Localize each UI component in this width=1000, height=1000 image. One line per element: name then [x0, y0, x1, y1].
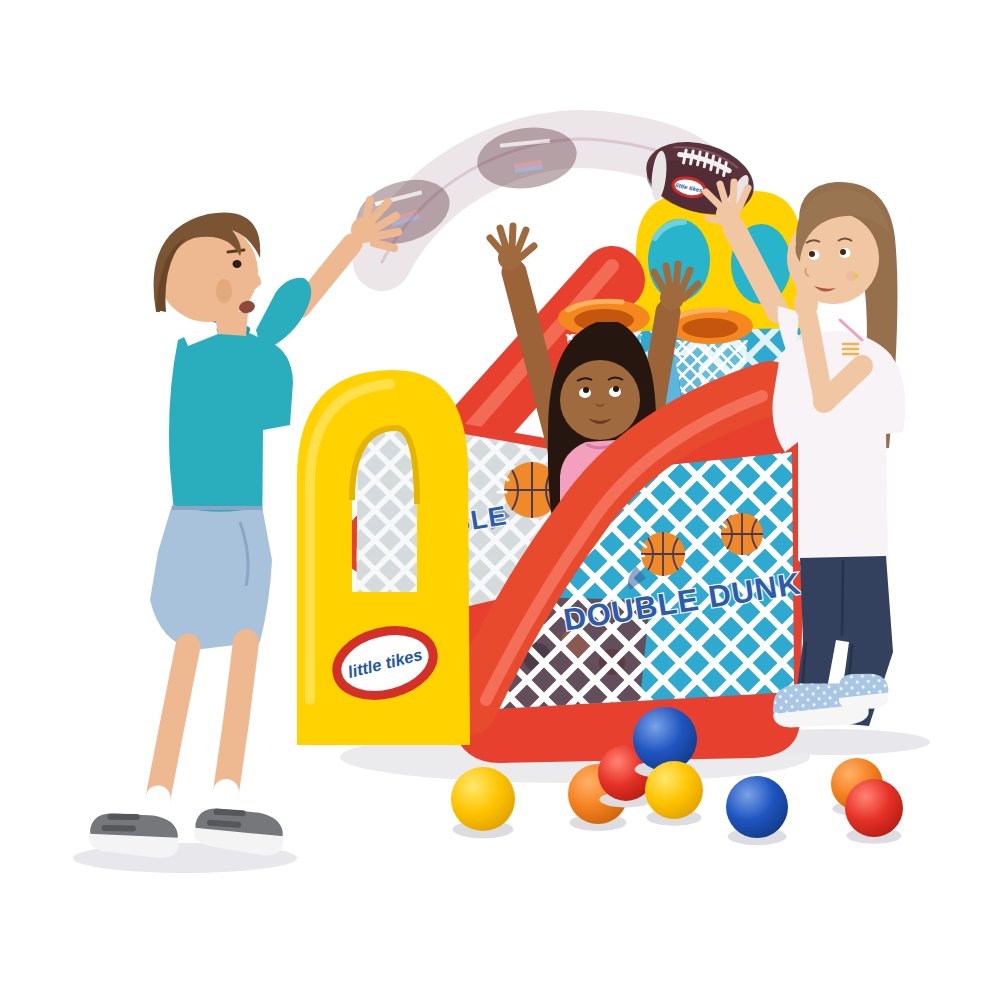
boy-right-leg: [226, 642, 246, 792]
product-photo-scene: UBLE: [0, 0, 1000, 1000]
hoop-right-rim-hole: [682, 318, 738, 338]
play-ball-yellow: [645, 761, 703, 819]
girl-center-left-hand: [490, 226, 534, 270]
play-ball-blue: [726, 776, 788, 838]
play-ball-blue: [633, 707, 697, 771]
boy-eye: [233, 260, 242, 268]
play-ball-red: [845, 779, 903, 837]
girl-right-back-shoe: [837, 672, 889, 711]
boy-left-sock: [154, 798, 158, 818]
girl-center-face: [560, 360, 640, 440]
girl-right-earring: [854, 274, 859, 279]
boy-shorts: [150, 505, 272, 650]
boy-ear: [216, 279, 232, 303]
boy-sleeve: [256, 278, 311, 352]
boy-brow: [228, 250, 244, 252]
play-ball-yellow: [451, 767, 515, 831]
scene-canvas: UBLE: [0, 0, 1000, 1000]
boy-left-leg: [158, 646, 188, 798]
